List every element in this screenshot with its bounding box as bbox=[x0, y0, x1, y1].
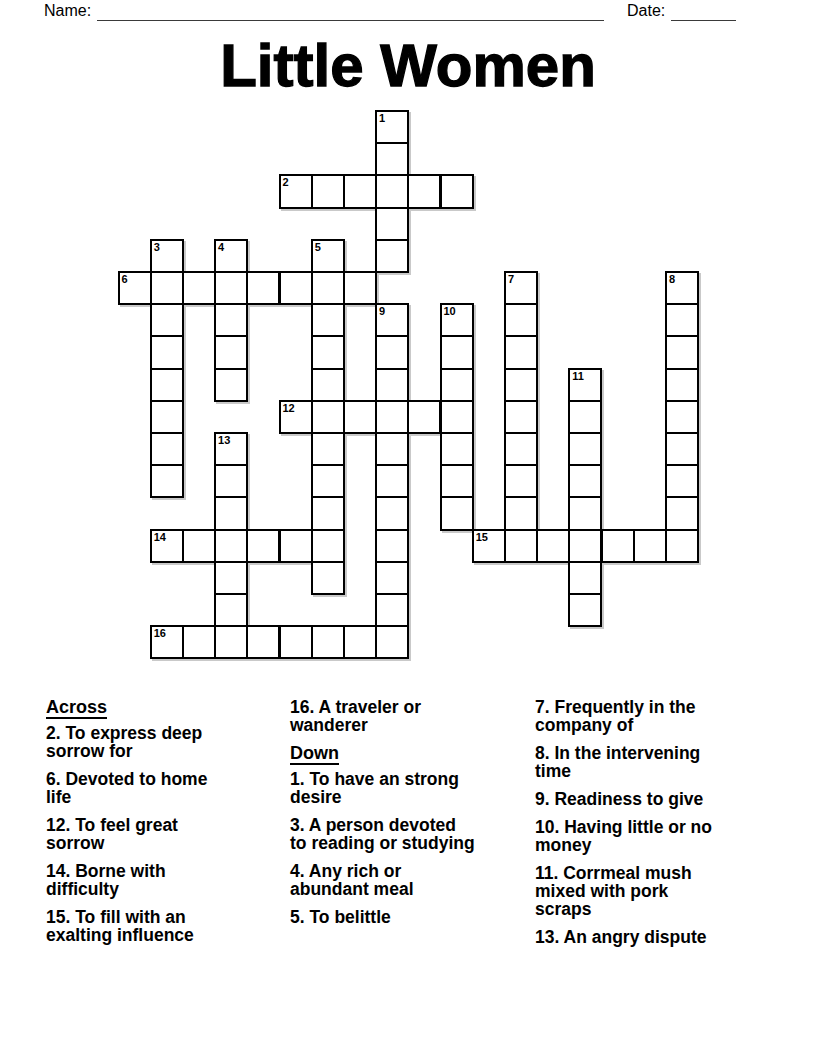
grid-cell[interactable] bbox=[375, 432, 409, 466]
grid-cell[interactable] bbox=[665, 464, 699, 498]
grid-cell[interactable] bbox=[375, 142, 409, 176]
grid-cell[interactable]: 15 bbox=[472, 529, 506, 563]
grid-cell[interactable] bbox=[665, 303, 699, 337]
grid-cell[interactable] bbox=[440, 496, 474, 530]
grid-cell[interactable]: 6 bbox=[118, 271, 152, 305]
grid-cell[interactable] bbox=[375, 368, 409, 402]
grid-cell[interactable] bbox=[440, 368, 474, 402]
grid-cell[interactable] bbox=[504, 303, 538, 337]
grid-cell[interactable]: 14 bbox=[150, 529, 184, 563]
clue-column-left: Across2. To express deepsorrow for6. Dev… bbox=[46, 698, 207, 954]
worksheet-page: Name: Date: Little Women 123456789101112… bbox=[0, 0, 816, 1056]
clue-3-down: 3. A person devotedto reading or studyin… bbox=[290, 816, 475, 852]
grid-cell[interactable] bbox=[150, 335, 184, 369]
grid-cell[interactable] bbox=[375, 174, 409, 208]
grid-cell[interactable] bbox=[568, 432, 602, 466]
clue-number: 15 bbox=[476, 531, 488, 544]
clue-number: 4 bbox=[218, 241, 224, 254]
grid-cell[interactable] bbox=[150, 368, 184, 402]
grid-cell[interactable] bbox=[182, 625, 216, 659]
grid-cell[interactable] bbox=[440, 400, 474, 434]
clue-8-down: 8. In the interveningtime bbox=[535, 744, 712, 780]
clue-15-across: 15. To fill with anexalting influence bbox=[46, 908, 207, 944]
grid-cell[interactable] bbox=[407, 174, 441, 208]
grid-cell[interactable] bbox=[279, 625, 313, 659]
grid-cell[interactable] bbox=[311, 400, 345, 434]
grid-cell[interactable] bbox=[568, 593, 602, 627]
grid-cell[interactable] bbox=[214, 271, 248, 305]
grid-cell[interactable]: 1 bbox=[375, 110, 409, 144]
grid-cell[interactable] bbox=[440, 464, 474, 498]
grid-cell[interactable] bbox=[182, 271, 216, 305]
grid-cell[interactable] bbox=[214, 368, 248, 402]
grid-cell[interactable] bbox=[375, 239, 409, 273]
clue-6-across: 6. Devoted to homelife bbox=[46, 770, 207, 806]
clue-number: 11 bbox=[572, 370, 584, 383]
clue-number: 6 bbox=[122, 273, 128, 286]
clue-16-across: 16. A traveler orwanderer bbox=[290, 698, 475, 734]
grid-cell[interactable] bbox=[633, 529, 667, 563]
clue-12-across: 12. To feel greatsorrow bbox=[46, 816, 207, 852]
grid-cell[interactable]: 4 bbox=[214, 239, 248, 273]
down-header: Down bbox=[290, 744, 339, 765]
crossword-grid: 12345678910111213141516 bbox=[0, 0, 816, 700]
grid-cell[interactable] bbox=[311, 174, 345, 208]
grid-cell[interactable] bbox=[375, 625, 409, 659]
grid-cell[interactable] bbox=[343, 625, 377, 659]
grid-cell[interactable]: 8 bbox=[665, 271, 699, 305]
clue-4-down: 4. Any rich orabundant meal bbox=[290, 862, 475, 898]
grid-cell[interactable] bbox=[375, 561, 409, 595]
grid-cell[interactable] bbox=[311, 561, 345, 595]
grid-cell[interactable]: 11 bbox=[568, 368, 602, 402]
grid-cell[interactable] bbox=[214, 464, 248, 498]
clue-number: 1 bbox=[379, 112, 385, 125]
grid-cell[interactable] bbox=[311, 368, 345, 402]
clue-number: 12 bbox=[283, 402, 295, 415]
grid-cell[interactable] bbox=[665, 400, 699, 434]
clue-10-down: 10. Having little or nomoney bbox=[535, 818, 712, 854]
grid-cell[interactable]: 7 bbox=[504, 271, 538, 305]
grid-cell[interactable] bbox=[150, 464, 184, 498]
grid-cell[interactable] bbox=[150, 400, 184, 434]
grid-cell[interactable] bbox=[343, 400, 377, 434]
grid-cell[interactable] bbox=[150, 432, 184, 466]
clue-number: 13 bbox=[218, 434, 230, 447]
grid-cell[interactable] bbox=[568, 529, 602, 563]
grid-cell[interactable] bbox=[375, 529, 409, 563]
grid-cell[interactable] bbox=[214, 529, 248, 563]
grid-cell[interactable] bbox=[440, 335, 474, 369]
grid-cell[interactable] bbox=[214, 496, 248, 530]
grid-cell[interactable] bbox=[214, 625, 248, 659]
grid-cell[interactable] bbox=[407, 400, 441, 434]
across-header-row: Across bbox=[46, 698, 207, 719]
grid-cell[interactable] bbox=[504, 496, 538, 530]
grid-cell[interactable] bbox=[311, 432, 345, 466]
grid-cell[interactable] bbox=[440, 174, 474, 208]
across-header: Across bbox=[46, 698, 107, 719]
grid-cell[interactable] bbox=[665, 432, 699, 466]
clue-number: 8 bbox=[669, 273, 675, 286]
grid-cell[interactable]: 12 bbox=[279, 400, 313, 434]
grid-cell[interactable] bbox=[279, 529, 313, 563]
grid-cell[interactable]: 16 bbox=[150, 625, 184, 659]
grid-cell[interactable]: 10 bbox=[440, 303, 474, 337]
grid-cell[interactable] bbox=[665, 529, 699, 563]
grid-cell[interactable] bbox=[311, 529, 345, 563]
grid-cell[interactable] bbox=[504, 529, 538, 563]
grid-cell[interactable] bbox=[311, 303, 345, 337]
clue-number: 14 bbox=[154, 531, 166, 544]
clue-number: 9 bbox=[379, 305, 385, 318]
grid-cell[interactable] bbox=[150, 271, 184, 305]
grid-cell[interactable]: 5 bbox=[311, 239, 345, 273]
grid-cell[interactable]: 13 bbox=[214, 432, 248, 466]
grid-cell[interactable]: 3 bbox=[150, 239, 184, 273]
grid-cell[interactable] bbox=[375, 207, 409, 241]
clue-14-across: 14. Borne withdifficulty bbox=[46, 862, 207, 898]
clue-11-down: 11. Corrmeal mushmixed with porkscraps bbox=[535, 864, 712, 918]
grid-cell[interactable] bbox=[311, 271, 345, 305]
clue-13-down: 13. An angry dispute bbox=[535, 928, 712, 946]
clue-9-down: 9. Readiness to give bbox=[535, 790, 712, 808]
clue-number: 10 bbox=[444, 305, 456, 318]
grid-cell[interactable]: 2 bbox=[279, 174, 313, 208]
grid-cell[interactable] bbox=[214, 303, 248, 337]
grid-cell[interactable] bbox=[343, 174, 377, 208]
grid-cell[interactable] bbox=[665, 368, 699, 402]
grid-cell[interactable] bbox=[504, 335, 538, 369]
grid-cell[interactable] bbox=[375, 496, 409, 530]
grid-cell[interactable] bbox=[504, 400, 538, 434]
clue-number: 7 bbox=[508, 273, 514, 286]
clue-5-down: 5. To belittle bbox=[290, 908, 475, 926]
grid-cell[interactable] bbox=[311, 335, 345, 369]
grid-cell[interactable] bbox=[568, 400, 602, 434]
down-header-row: Down bbox=[290, 744, 475, 765]
clue-1-down: 1. To have an strongdesire bbox=[290, 770, 475, 806]
clue-column-right: 7. Frequently in thecompany of8. In the … bbox=[535, 698, 712, 956]
grid-cell[interactable] bbox=[246, 625, 280, 659]
grid-cell[interactable] bbox=[214, 593, 248, 627]
grid-cell[interactable] bbox=[536, 529, 570, 563]
grid-cell[interactable] bbox=[182, 529, 216, 563]
clue-7-down: 7. Frequently in thecompany of bbox=[535, 698, 712, 734]
grid-cell[interactable] bbox=[568, 464, 602, 498]
clue-number: 3 bbox=[154, 241, 160, 254]
grid-cell[interactable] bbox=[568, 496, 602, 530]
grid-cell[interactable] bbox=[150, 303, 184, 337]
grid-cell[interactable] bbox=[440, 432, 474, 466]
grid-cell[interactable] bbox=[375, 400, 409, 434]
grid-cell[interactable] bbox=[665, 335, 699, 369]
grid-cell[interactable] bbox=[504, 432, 538, 466]
grid-cell[interactable]: 9 bbox=[375, 303, 409, 337]
clue-number: 5 bbox=[315, 241, 321, 254]
grid-cell[interactable] bbox=[375, 593, 409, 627]
clue-number: 2 bbox=[283, 176, 289, 189]
grid-cell[interactable] bbox=[279, 271, 313, 305]
grid-cell[interactable] bbox=[214, 561, 248, 595]
grid-cell[interactable] bbox=[375, 464, 409, 498]
grid-cell[interactable] bbox=[214, 335, 248, 369]
grid-cell[interactable] bbox=[601, 529, 635, 563]
grid-cell[interactable] bbox=[665, 496, 699, 530]
clue-column-middle: 16. A traveler orwandererDown1. To have … bbox=[290, 698, 475, 936]
grid-cell[interactable] bbox=[504, 368, 538, 402]
grid-cell[interactable] bbox=[246, 271, 280, 305]
clue-2-across: 2. To express deepsorrow for bbox=[46, 724, 207, 760]
grid-cell[interactable] bbox=[246, 529, 280, 563]
grid-cell[interactable] bbox=[311, 625, 345, 659]
grid-cell[interactable] bbox=[568, 561, 602, 595]
clue-number: 16 bbox=[154, 627, 166, 640]
grid-cell[interactable] bbox=[375, 335, 409, 369]
grid-cell[interactable] bbox=[311, 464, 345, 498]
grid-cell[interactable] bbox=[504, 464, 538, 498]
grid-cell[interactable] bbox=[343, 271, 377, 305]
grid-cell[interactable] bbox=[311, 496, 345, 530]
